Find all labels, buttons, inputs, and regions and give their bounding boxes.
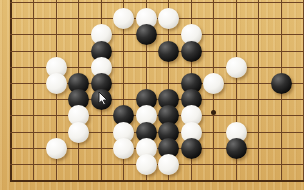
- white-stone: ○: [68, 122, 89, 143]
- grid-hline: [10, 132, 304, 133]
- grid-hline: [10, 34, 304, 35]
- black-stone: ●: [181, 138, 202, 159]
- grid-vline: [303, 0, 304, 181]
- white-stone: ○: [226, 57, 247, 78]
- white-stone-glyph: ○: [203, 73, 224, 94]
- grid-hline: [10, 2, 304, 3]
- black-stone-glyph: ●: [91, 89, 112, 110]
- white-stone: ○: [46, 73, 67, 94]
- black-stone: ●: [226, 138, 247, 159]
- white-stone-glyph: ○: [113, 8, 134, 29]
- white-stone-glyph: ○: [158, 8, 179, 29]
- black-stone: ●: [136, 24, 157, 45]
- black-stone-glyph: ●: [158, 41, 179, 62]
- white-stone: ○: [203, 73, 224, 94]
- white-stone: ○: [136, 154, 157, 175]
- black-stone-glyph: ●: [271, 73, 292, 94]
- black-stone-glyph: ●: [181, 138, 202, 159]
- grid-vline: [33, 0, 34, 181]
- black-stone: ●: [91, 89, 112, 110]
- black-stone: ●: [181, 41, 202, 62]
- grid-hline: [10, 115, 304, 116]
- grid-hline: [10, 99, 304, 100]
- grid-hline: [10, 51, 304, 52]
- board-left-edge-line: [10, 0, 12, 182]
- white-stone: ○: [158, 8, 179, 29]
- white-stone-glyph: ○: [46, 138, 67, 159]
- black-stone-glyph: ●: [181, 41, 202, 62]
- white-stone: ○: [113, 138, 134, 159]
- grid-hline: [10, 164, 304, 165]
- white-stone: ○: [113, 8, 134, 29]
- white-stone-glyph: ○: [158, 154, 179, 175]
- black-stone-glyph: ●: [136, 24, 157, 45]
- black-stone: ●: [158, 41, 179, 62]
- white-stone: ○: [158, 154, 179, 175]
- grid-hline: [10, 18, 304, 19]
- grid-vline: [258, 0, 259, 181]
- white-stone-glyph: ○: [46, 73, 67, 94]
- white-stone-glyph: ○: [136, 154, 157, 175]
- black-stone: ●: [271, 73, 292, 94]
- white-stone: ○: [46, 138, 67, 159]
- white-stone-glyph: ○: [68, 122, 89, 143]
- board-bottom-edge-line: [10, 180, 304, 182]
- white-stone-glyph: ○: [113, 138, 134, 159]
- go-board[interactable]: ○○○○●○●●●○○○○●●●○●●●●●●○●○●○○○●●○○○○○●●●…: [0, 0, 304, 190]
- white-stone-glyph: ○: [226, 57, 247, 78]
- black-stone-glyph: ●: [226, 138, 247, 159]
